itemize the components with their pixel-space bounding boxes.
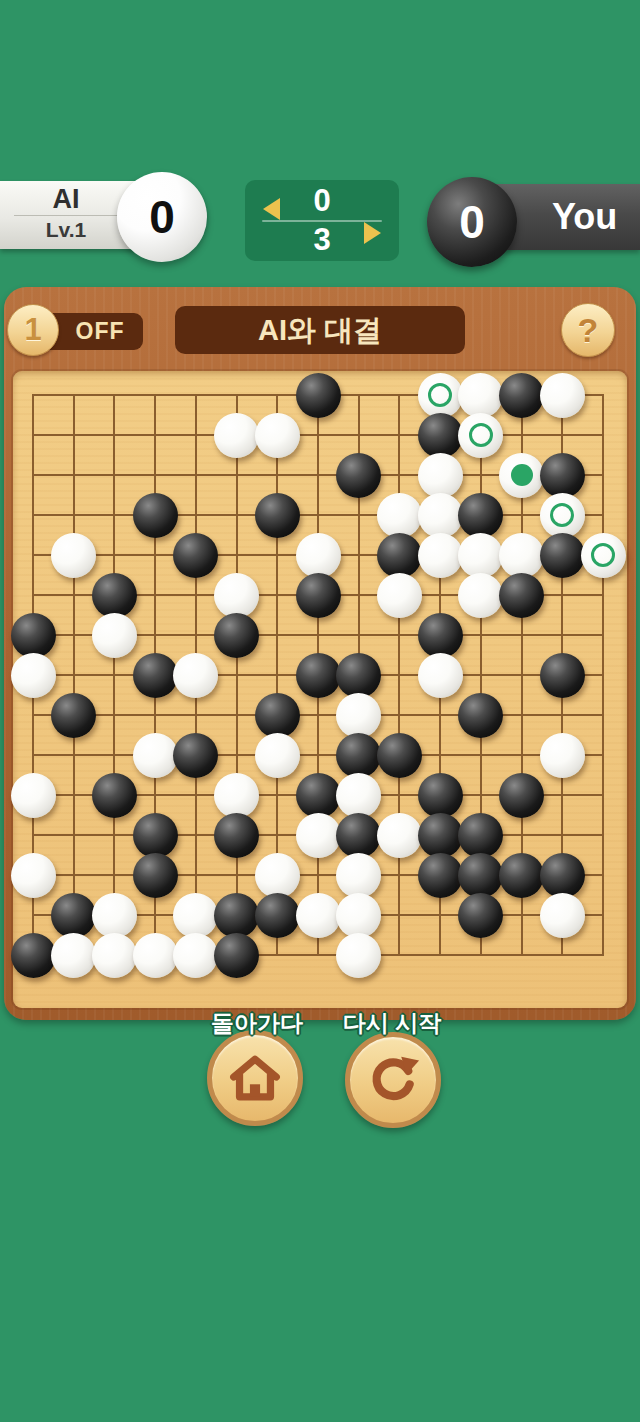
white-stone — [377, 493, 422, 538]
black-stone — [418, 853, 463, 898]
mode-title-plate: AI와 대결 — [175, 306, 465, 354]
grid-line-horizontal — [32, 714, 604, 716]
black-stone — [418, 613, 463, 658]
black-stone — [173, 533, 218, 578]
turn-badge[interactable]: 1 — [7, 304, 59, 356]
white-stone — [214, 773, 259, 818]
black-stone — [296, 373, 341, 418]
black-stone — [133, 813, 178, 858]
win-line-ring-marker — [591, 543, 615, 567]
black-stone — [540, 853, 585, 898]
black-stone — [255, 493, 300, 538]
restart-button[interactable] — [345, 1032, 441, 1128]
white-stone — [173, 933, 218, 978]
black-stone — [377, 733, 422, 778]
ai-player-level: Lv.1 — [0, 218, 132, 242]
white-stone — [499, 533, 544, 578]
white-stone — [336, 853, 381, 898]
ai-score-white-stone: 0 — [117, 172, 207, 262]
white-stone — [581, 533, 626, 578]
white-stone — [92, 613, 137, 658]
mode-title: AI와 대결 — [175, 306, 465, 354]
white-stone — [458, 533, 503, 578]
white-stone — [255, 413, 300, 458]
black-stone — [133, 853, 178, 898]
black-stone — [214, 893, 259, 938]
win-line-ring-marker — [469, 423, 493, 447]
black-stone — [458, 893, 503, 938]
black-stone — [499, 773, 544, 818]
home-icon — [226, 1049, 284, 1107]
white-stone — [418, 453, 463, 498]
white-stone — [540, 493, 585, 538]
black-stone — [255, 893, 300, 938]
white-stone — [51, 533, 96, 578]
black-stone — [11, 613, 56, 658]
restart-button-label: 다시 시작 — [312, 1008, 472, 1039]
grid-line-horizontal — [32, 754, 604, 756]
white-stone — [377, 813, 422, 858]
gomoku-board[interactable] — [13, 371, 627, 1008]
black-stone — [458, 693, 503, 738]
white-stone — [336, 933, 381, 978]
black-stone — [11, 933, 56, 978]
black-stone — [255, 693, 300, 738]
black-stone — [458, 493, 503, 538]
restart-icon — [364, 1051, 422, 1109]
black-stone — [499, 853, 544, 898]
black-stone — [214, 933, 259, 978]
white-stone — [11, 853, 56, 898]
ai-pill-divider — [14, 215, 118, 216]
white-stone — [458, 573, 503, 618]
round-current-value: 0 — [245, 183, 399, 219]
black-stone — [173, 733, 218, 778]
black-stone — [51, 693, 96, 738]
black-stone — [377, 533, 422, 578]
help-button[interactable]: ? — [561, 303, 615, 357]
white-stone — [540, 893, 585, 938]
black-stone — [336, 453, 381, 498]
white-stone — [214, 573, 259, 618]
round-selector-panel: 0 3 — [245, 180, 399, 261]
white-stone — [336, 693, 381, 738]
ai-player-name: AI — [0, 184, 132, 215]
last-move-dot-marker — [511, 464, 533, 486]
win-line-ring-marker — [428, 383, 452, 407]
black-stone — [296, 653, 341, 698]
white-stone — [92, 933, 137, 978]
white-stone — [336, 893, 381, 938]
white-stone — [418, 493, 463, 538]
black-stone — [418, 813, 463, 858]
white-stone — [133, 933, 178, 978]
black-stone — [540, 533, 585, 578]
black-stone — [51, 893, 96, 938]
white-stone — [418, 653, 463, 698]
black-stone — [458, 853, 503, 898]
white-stone — [458, 373, 503, 418]
white-stone — [51, 933, 96, 978]
white-stone — [499, 453, 544, 498]
white-stone — [296, 533, 341, 578]
black-stone — [92, 573, 137, 618]
black-stone — [133, 493, 178, 538]
white-stone — [336, 773, 381, 818]
you-score-value: 0 — [427, 177, 517, 267]
white-stone — [540, 373, 585, 418]
black-stone — [458, 813, 503, 858]
white-stone — [11, 773, 56, 818]
you-score-black-stone: 0 — [427, 177, 517, 267]
game-screen: AI Lv.1 0 0 3 You 0 OFF 1 AI와 대결 ? 돌아가다 … — [0, 0, 640, 1422]
win-line-ring-marker — [550, 503, 574, 527]
white-stone — [418, 533, 463, 578]
black-stone — [92, 773, 137, 818]
white-stone — [255, 853, 300, 898]
black-stone — [336, 653, 381, 698]
white-stone — [173, 653, 218, 698]
white-stone — [458, 413, 503, 458]
ai-score-value: 0 — [117, 172, 207, 262]
white-stone — [296, 893, 341, 938]
white-stone — [540, 733, 585, 778]
white-stone — [296, 813, 341, 858]
black-stone — [296, 773, 341, 818]
white-stone — [377, 573, 422, 618]
black-stone — [133, 653, 178, 698]
white-stone — [133, 733, 178, 778]
black-stone — [540, 453, 585, 498]
black-stone — [499, 373, 544, 418]
black-stone — [418, 773, 463, 818]
black-stone — [336, 733, 381, 778]
black-stone — [418, 413, 463, 458]
white-stone — [92, 893, 137, 938]
black-stone — [499, 573, 544, 618]
black-stone — [296, 573, 341, 618]
grid-line-vertical — [398, 394, 400, 956]
white-stone — [11, 653, 56, 698]
black-stone — [540, 653, 585, 698]
black-stone — [336, 813, 381, 858]
turn-badge-number: 1 — [24, 312, 41, 347]
black-stone — [214, 613, 259, 658]
white-stone — [214, 413, 259, 458]
white-stone — [418, 373, 463, 418]
white-stone — [255, 733, 300, 778]
white-stone — [173, 893, 218, 938]
round-next-arrow-icon[interactable] — [364, 222, 381, 244]
home-button[interactable] — [207, 1030, 303, 1126]
grid-line-vertical — [602, 394, 604, 956]
you-player-name: You — [552, 184, 632, 250]
question-mark-icon: ? — [578, 311, 599, 349]
black-stone — [214, 813, 259, 858]
